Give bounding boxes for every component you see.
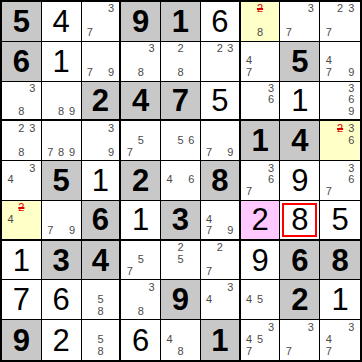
cell-r9c5[interactable]: 48 [161,320,201,360]
candidate-3: 3 [305,321,316,333]
cell-r7c2[interactable]: 3 [42,241,82,281]
cell-value: 9 [13,325,30,356]
cell-r3c4[interactable]: 4 [121,82,161,122]
candidate-4: 4 [164,174,175,186]
cell-r3c2[interactable]: 89 [42,82,82,122]
cell-r7c3[interactable]: 4 [82,241,122,281]
candidate-4: 4 [323,55,334,67]
cell-r6c9[interactable]: 5 [320,201,360,241]
cell-r2c9[interactable]: 479 [320,42,360,82]
cell-value: 9 [291,165,308,196]
candidate-3: 3 [266,162,277,174]
cell-value: 5 [331,204,348,235]
cell-r3c1[interactable]: 38 [2,82,42,122]
candidate-9: 9 [225,225,236,237]
candidate-5: 5 [95,293,106,305]
cell-value: 6 [53,284,70,315]
candidate-2: 2 [214,43,225,55]
cell-value: 2 [251,204,268,235]
candidate-grid: 58 [85,281,117,317]
cell-value: 1 [13,245,30,276]
candidate-7: 7 [283,346,294,358]
cell-r7c6[interactable]: 27 [201,241,241,281]
candidate-4: 4 [244,55,255,67]
candidate-8: 8 [56,146,67,158]
candidate-3: 3 [266,321,277,333]
candidate-grid: 789 [45,122,78,158]
candidate-grid: 79 [45,202,78,237]
cell-r5c7[interactable]: 367 [241,161,281,201]
candidate-grid: 25 [164,242,197,278]
cell-r8c4[interactable]: 38 [121,280,161,320]
cell-r4c3[interactable]: 39 [82,121,122,161]
candidate-9: 9 [67,106,78,118]
candidate-4: 4 [323,333,334,345]
candidate-6: 6 [266,94,277,106]
candidate-7: 7 [124,146,135,158]
cell-r5c3[interactable]: 1 [82,161,122,201]
candidate-grid: 56 [164,122,197,158]
candidate-5: 5 [175,254,186,266]
candidate-grid: 48 [164,321,197,358]
candidate-4: 4 [5,174,16,186]
cell-r2c5[interactable]: 28 [161,42,201,82]
candidate-grid: 37 [85,3,117,39]
cell-value: 7 [13,284,30,315]
candidate-8: 8 [255,27,266,39]
cell-value: 8 [211,165,228,196]
cell-value: 2 [92,85,109,116]
candidate-grid: 479 [323,43,357,79]
candidate-5: 5 [255,333,266,345]
cell-r2c6[interactable]: 23 [201,42,241,82]
cell-r5c1[interactable]: 34 [2,161,42,201]
candidate-3: 3 [305,3,316,15]
cell-r5c5[interactable]: 46 [161,161,201,201]
cell-value: 6 [291,245,308,276]
cell-r1c2[interactable]: 4 [42,2,82,42]
candidate-7: 7 [323,67,334,79]
sudoku-board: 5437916283723761793828234754793889247536… [0,0,362,362]
candidate-8: 8 [16,146,27,158]
candidate-9: 9 [346,67,357,79]
cell-value: 6 [132,325,149,356]
candidate-7: 7 [45,225,56,237]
cell-r9c2[interactable]: 2 [42,320,82,360]
candidate-6: 6 [346,174,357,186]
candidate-grid: 3457 [244,321,277,358]
candidate-grid: 28 [164,43,197,79]
candidate-3: 3 [225,281,236,293]
candidate-4: 4 [204,293,215,305]
cell-r9c1[interactable]: 9 [2,320,42,360]
cell-r6c7[interactable]: 2 [241,201,281,241]
candidate-3: 3 [27,122,38,134]
cell-r1c1[interactable]: 5 [2,2,42,42]
cell-value: 4 [92,245,109,276]
candidate-9: 9 [106,146,117,158]
cell-value: 1 [331,284,348,315]
candidate-6: 6 [266,174,277,186]
cell-value: 3 [53,245,70,276]
cell-r5c9[interactable]: 367 [320,161,360,201]
cell-r1c3[interactable]: 37 [82,2,122,42]
cell-r2c2[interactable]: 1 [42,42,82,82]
candidate-9: 9 [346,106,357,118]
cell-r1c8[interactable]: 37 [280,2,320,42]
cell-r1c9[interactable]: 237 [320,2,360,42]
candidate-8: 8 [16,106,27,118]
candidate-9: 9 [67,225,78,237]
cell-value: 8 [291,204,308,235]
cell-r5c4[interactable]: 2 [121,161,161,201]
candidate-3: 3 [106,3,117,15]
candidate-8: 8 [175,67,186,79]
candidate-4: 4 [5,213,16,225]
candidate-3: 3 [346,83,357,95]
candidate-7: 7 [244,67,255,79]
candidate-grid: 46 [164,162,197,198]
candidate-8: 8 [135,67,146,79]
candidate-grid: 237 [323,3,357,39]
cell-value: 1 [172,6,189,37]
candidate-4: 4 [204,213,215,225]
candidate-7: 7 [45,146,56,158]
candidate-2: 2 [175,242,186,254]
candidate-grid: 38 [124,281,157,317]
cell-value: 4 [291,125,308,156]
cell-r7c5[interactable]: 25 [161,241,201,281]
candidate-grid: 236 [323,122,357,158]
cell-r7c1[interactable]: 1 [2,241,42,281]
cell-r4c5[interactable]: 56 [161,121,201,161]
cell-r7c9[interactable]: 8 [320,241,360,281]
candidate-5: 5 [135,254,146,266]
candidate-grid: 24 [5,202,38,237]
cell-value: 5 [13,6,30,37]
candidate-grid: 27 [204,242,236,278]
cell-r8c6[interactable]: 34 [201,280,241,320]
candidate-grid: 37 [283,321,316,358]
cell-r4c6[interactable]: 79 [201,121,241,161]
cell-r2c4[interactable]: 38 [121,42,161,82]
candidate-3: 3 [346,122,357,134]
cell-value: 2 [132,165,149,196]
candidate-7: 7 [244,346,255,358]
cell-value: 5 [53,165,70,196]
candidate-2: 2 [175,43,186,55]
cell-r9c6[interactable]: 1 [201,320,241,360]
candidate-8: 8 [175,346,186,358]
candidate-2-struck: 2 [255,3,266,15]
candidate-grid: 39 [85,122,117,158]
cell-r6c6[interactable]: 479 [201,201,241,241]
cell-r4c9[interactable]: 236 [320,121,360,161]
cell-value: 3 [172,204,189,235]
candidate-2: 2 [16,122,27,134]
cell-r8c1[interactable]: 7 [2,280,42,320]
candidate-7: 7 [204,266,215,278]
candidate-3: 3 [27,162,38,174]
cell-value: 5 [211,85,228,116]
candidate-grid: 37 [283,3,316,39]
cell-r9c4[interactable]: 6 [121,320,161,360]
cell-r4c7[interactable]: 1 [241,121,281,161]
cell-r7c7[interactable]: 9 [241,241,281,281]
candidate-grid: 89 [45,83,78,118]
cell-r6c5[interactable]: 3 [161,201,201,241]
candidate-grid: 79 [85,43,117,79]
cell-r6c3[interactable]: 6 [82,201,122,241]
cell-r3c9[interactable]: 369 [320,82,360,122]
cell-r1c7[interactable]: 28 [241,2,281,42]
candidate-5: 5 [95,333,106,345]
cell-r8c3[interactable]: 58 [82,280,122,320]
candidate-7: 7 [85,27,96,39]
cell-r9c7[interactable]: 3457 [241,320,281,360]
cell-r9c8[interactable]: 37 [280,320,320,360]
candidate-7: 7 [323,346,334,358]
candidate-2: 2 [214,242,225,254]
cell-value: 4 [132,85,149,116]
candidate-3: 3 [146,281,157,293]
cell-value: 6 [92,204,109,235]
candidate-grid: 369 [323,83,357,118]
candidate-8: 8 [56,106,67,118]
candidate-grid: 367 [323,162,357,198]
cell-value: 1 [132,204,149,235]
candidate-grid: 57 [124,122,157,158]
cell-r6c2[interactable]: 79 [42,201,82,241]
candidate-grid: 34 [5,162,38,198]
candidate-7: 7 [323,186,334,198]
cell-r2c7[interactable]: 47 [241,42,281,82]
candidate-grid: 58 [85,321,117,358]
candidate-grid: 367 [244,162,277,198]
candidate-9: 9 [67,146,78,158]
candidate-7: 7 [283,27,294,39]
candidate-8: 8 [95,305,106,317]
candidate-grid: 79 [204,122,236,158]
candidate-7: 7 [204,146,215,158]
cell-r8c2[interactable]: 6 [42,280,82,320]
cell-r8c9[interactable]: 1 [320,280,360,320]
cell-r4c8[interactable]: 4 [280,121,320,161]
candidate-grid: 47 [244,43,277,79]
candidate-4: 4 [164,333,175,345]
cell-r8c8[interactable]: 2 [280,280,320,320]
cell-r6c8[interactable]: 8 [280,201,320,241]
cell-r1c6[interactable]: 6 [201,2,241,42]
cell-value: 2 [53,325,70,356]
candidate-5: 5 [135,134,146,146]
cell-r3c5[interactable]: 7 [161,82,201,122]
cell-value: 9 [172,284,189,315]
candidate-grid: 238 [5,122,38,158]
cell-r2c1[interactable]: 6 [2,42,42,82]
cell-value: 7 [172,85,189,116]
candidate-grid: 38 [124,43,157,79]
candidate-grid: 479 [204,202,236,237]
candidate-grid: 38 [5,83,38,118]
candidate-3: 3 [27,83,38,95]
candidate-8: 8 [95,346,106,358]
candidate-grid: 23 [204,43,236,79]
cell-r8c7[interactable]: 45 [241,280,281,320]
cell-value: 1 [211,325,228,356]
cell-r4c4[interactable]: 57 [121,121,161,161]
candidate-2-struck: 2 [16,202,27,214]
cell-r4c2[interactable]: 789 [42,121,82,161]
candidate-grid: 34 [204,281,236,317]
cell-value: 1 [53,46,70,77]
cell-r9c9[interactable]: 347 [320,320,360,360]
candidate-5: 5 [255,293,266,305]
candidate-grid: 45 [244,281,277,317]
cell-value: 8 [331,245,348,276]
candidate-3: 3 [146,43,157,55]
candidate-6: 6 [346,134,357,146]
cell-r1c4[interactable]: 9 [121,2,161,42]
cell-value: 5 [291,46,308,77]
candidate-9: 9 [106,67,117,79]
cell-value: 6 [211,6,228,37]
candidate-3: 3 [106,122,117,134]
cell-r4c1[interactable]: 238 [2,121,42,161]
cell-r2c8[interactable]: 5 [280,42,320,82]
cell-r3c8[interactable]: 1 [280,82,320,122]
cell-value: 9 [251,245,268,276]
cell-r3c7[interactable]: 36 [241,82,281,122]
cell-value: 1 [291,85,308,116]
candidate-grid: 28 [244,3,277,39]
cell-value: 1 [251,125,268,156]
candidate-4: 4 [244,293,255,305]
candidate-3: 3 [346,162,357,174]
cell-r6c1[interactable]: 24 [2,201,42,241]
cell-value: 6 [13,46,30,77]
cell-value: 9 [132,6,149,37]
candidate-grid: 36 [244,83,277,118]
candidate-7: 7 [244,186,255,198]
cell-r2c3[interactable]: 79 [82,42,122,82]
candidate-7: 7 [85,67,96,79]
candidate-9: 9 [225,146,236,158]
candidate-6: 6 [186,174,197,186]
cell-r7c4[interactable]: 57 [121,241,161,281]
candidate-7: 7 [204,225,215,237]
candidate-grid: 347 [323,321,357,358]
cell-r6c4[interactable]: 1 [121,201,161,241]
candidate-7: 7 [124,266,135,278]
cell-r3c6[interactable]: 5 [201,82,241,122]
cell-value: 4 [53,6,70,37]
cell-r7c8[interactable]: 6 [280,241,320,281]
candidate-2-struck: 2 [334,122,345,134]
cell-r3c3[interactable]: 2 [82,82,122,122]
candidate-6: 6 [186,134,197,146]
candidate-3: 3 [346,321,357,333]
candidate-grid: 57 [124,242,157,278]
candidate-7: 7 [323,27,334,39]
cell-r5c6[interactable]: 8 [201,161,241,201]
cell-r9c3[interactable]: 58 [82,320,122,360]
cell-value: 1 [92,165,109,196]
cell-value: 2 [291,284,308,315]
candidate-6: 6 [346,94,357,106]
candidate-3: 3 [266,83,277,95]
candidate-5: 5 [175,134,186,146]
candidate-2: 2 [334,3,345,15]
candidate-3: 3 [346,3,357,15]
cell-r8c5[interactable]: 9 [161,280,201,320]
candidate-8: 8 [135,305,146,317]
cell-r5c8[interactable]: 9 [280,161,320,201]
cell-r1c5[interactable]: 1 [161,2,201,42]
candidate-3: 3 [225,43,236,55]
candidate-4: 4 [244,333,255,345]
cell-r5c2[interactable]: 5 [42,161,82,201]
